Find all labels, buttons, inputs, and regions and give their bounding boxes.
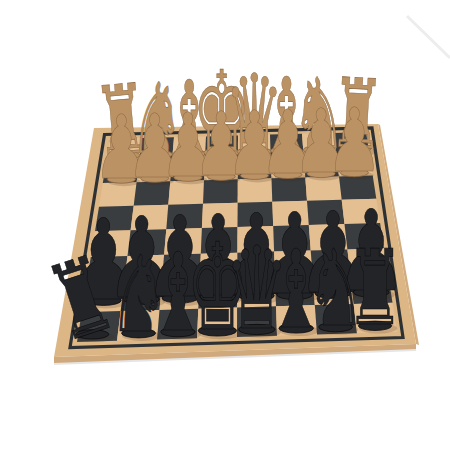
black-rook-a8[interactable]: ♜: [346, 228, 404, 348]
chess-board-svg: ♜♞♝♚♛♝♞♜♟♟♟♟♟♟♟♟♟♟♟♟♟♟♟♟♜♞♝♚♛♝♞♜: [0, 0, 450, 450]
chess-set-photo: ♜♞♝♚♛♝♞♜♟♟♟♟♟♟♟♟♟♟♟♟♟♟♟♟♜♞♝♚♛♝♞♜: [0, 0, 450, 450]
white-pawn-a2[interactable]: ♟: [326, 90, 383, 192]
pawn-glyph: ♟: [326, 90, 383, 192]
rook-glyph: ♜: [346, 228, 404, 348]
